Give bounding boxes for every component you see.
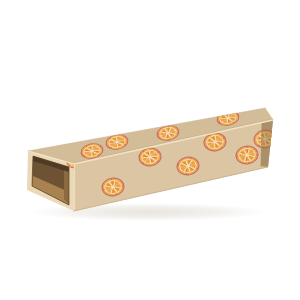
slice-rind-dot xyxy=(272,142,274,144)
box-interior-right-wall xyxy=(64,167,69,205)
slice-rind-dot xyxy=(223,112,225,114)
product-photo-canvas xyxy=(0,0,300,300)
right-end-shade xyxy=(261,120,273,167)
product-photo xyxy=(0,0,300,300)
